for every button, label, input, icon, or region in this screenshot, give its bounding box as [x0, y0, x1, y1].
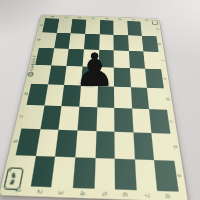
brand-text-label: CHESS — [28, 57, 36, 70]
cell-g5 — [129, 68, 147, 88]
cell-h7 — [142, 35, 159, 51]
cell-e8 — [99, 20, 113, 35]
cell-d3 — [77, 106, 96, 130]
photo-scene: 12345678 12345678 hgfedcba hgfedcba CHES… — [0, 0, 200, 200]
cell-c8 — [70, 19, 85, 34]
cell-c3 — [58, 106, 79, 130]
cell-b3 — [40, 105, 62, 129]
cell-c2 — [55, 129, 77, 157]
cell-b7 — [53, 32, 70, 48]
cell-b5 — [47, 65, 66, 85]
cell-h5 — [145, 68, 164, 88]
brand-badge: ♞ ♞ — [2, 166, 23, 189]
cell-f4 — [114, 86, 132, 108]
cell-b8 — [56, 18, 72, 33]
cell-g7 — [127, 35, 143, 51]
cell-h6 — [143, 51, 160, 69]
cell-g1 — [134, 159, 157, 190]
cell-g2 — [133, 132, 154, 160]
cell-e2 — [95, 131, 115, 159]
cell-f7 — [113, 34, 128, 50]
cell-e3 — [95, 107, 114, 131]
cell-g4 — [130, 87, 149, 109]
cell-f1 — [114, 158, 136, 189]
cell-f6 — [113, 50, 129, 68]
cell-b2 — [35, 129, 58, 156]
cell-h2 — [151, 133, 174, 161]
cell-d8 — [85, 19, 100, 34]
brand-logo-icon — [26, 71, 33, 76]
cell-f5 — [113, 67, 130, 87]
cell-b4 — [44, 84, 64, 106]
cell-h1 — [154, 160, 178, 192]
cell-c1 — [51, 156, 75, 187]
cell-d1 — [72, 157, 94, 188]
cell-f3 — [114, 107, 133, 132]
black-pawn: ♟ — [74, 47, 105, 93]
cell-e1 — [93, 158, 114, 189]
cell-b6 — [50, 48, 68, 66]
cell-g3 — [131, 108, 151, 133]
knight-icon: ♞ — [8, 177, 16, 185]
cell-g8 — [127, 21, 142, 36]
brand-badge-small — [151, 19, 157, 24]
cell-d2 — [75, 130, 96, 158]
cell-f2 — [114, 131, 134, 159]
cell-f8 — [113, 20, 127, 35]
cell-h4 — [147, 87, 167, 109]
cell-h3 — [149, 109, 170, 134]
cell-g6 — [128, 50, 145, 68]
